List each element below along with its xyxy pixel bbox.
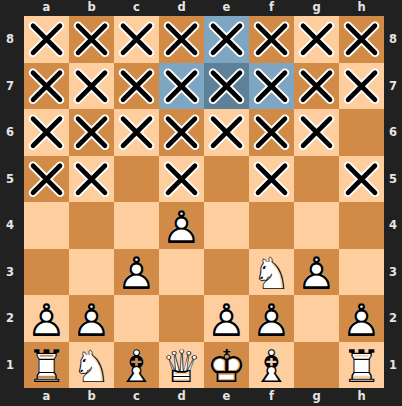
white-pawn-outline: ♙ <box>161 204 201 249</box>
white-pawn[interactable]: ♟︎♙ <box>24 295 69 342</box>
square-c8[interactable] <box>114 16 159 63</box>
square-g6[interactable] <box>294 109 339 156</box>
x-marker <box>249 16 294 63</box>
x-marker <box>69 16 114 63</box>
square-e8[interactable] <box>204 16 249 63</box>
rank-label-3-left: 3 <box>0 249 20 296</box>
rank-label-1-left: 1 <box>0 342 20 389</box>
square-e6[interactable] <box>204 109 249 156</box>
white-knight[interactable]: ♞♘ <box>249 249 294 296</box>
square-c2[interactable] <box>114 295 159 342</box>
x-marker <box>339 16 384 63</box>
x-marker <box>204 16 249 63</box>
file-label-b-top: b <box>69 0 114 16</box>
square-d3[interactable] <box>159 249 204 296</box>
rank-label-2-left: 2 <box>0 295 20 342</box>
white-pawn-outline: ♙ <box>296 251 336 296</box>
x-marker <box>69 109 114 156</box>
x-marker <box>24 63 69 110</box>
x-marker <box>114 109 159 156</box>
file-label-e-top: e <box>204 0 249 16</box>
white-pawn-outline: ♙ <box>341 297 381 342</box>
square-b4[interactable] <box>69 202 114 249</box>
white-pawn[interactable]: ♟︎♙ <box>204 295 249 342</box>
square-g7[interactable] <box>294 63 339 110</box>
square-f1[interactable]: ♝♗ <box>249 342 294 389</box>
x-marker <box>204 109 249 156</box>
square-a5[interactable] <box>24 156 69 203</box>
square-b5[interactable] <box>69 156 114 203</box>
rank-label-6-right: 6 <box>385 109 401 156</box>
square-b2[interactable]: ♟︎♙ <box>69 295 114 342</box>
white-king-outline: ♔ <box>206 344 246 389</box>
white-bishop-outline: ♗ <box>116 344 156 389</box>
rank-label-6-left: 6 <box>0 109 20 156</box>
square-e5[interactable] <box>204 156 249 203</box>
white-knight-outline: ♘ <box>71 344 111 389</box>
square-a8[interactable] <box>24 16 69 63</box>
square-e1[interactable]: ♚♔ <box>204 342 249 389</box>
rank-label-3-right: 3 <box>385 249 401 296</box>
rank-label-5-right: 5 <box>385 156 401 203</box>
white-pawn-outline: ♙ <box>71 297 111 342</box>
rank-label-4-left: 4 <box>0 202 20 249</box>
square-a6[interactable] <box>24 109 69 156</box>
square-d4[interactable]: ♟︎♙ <box>159 202 204 249</box>
square-g8[interactable] <box>294 16 339 63</box>
square-d6[interactable] <box>159 109 204 156</box>
file-label-g-top: g <box>294 0 339 16</box>
square-b1[interactable]: ♞♘ <box>69 342 114 389</box>
square-f7[interactable] <box>249 63 294 110</box>
square-f8[interactable] <box>249 16 294 63</box>
square-f2[interactable]: ♟︎♙ <box>249 295 294 342</box>
square-h3[interactable] <box>339 249 384 296</box>
square-e3[interactable] <box>204 249 249 296</box>
white-pawn[interactable]: ♟︎♙ <box>159 202 204 249</box>
file-label-e-bottom: e <box>204 388 249 406</box>
square-e2[interactable]: ♟︎♙ <box>204 295 249 342</box>
x-marker <box>69 63 114 110</box>
square-d7[interactable] <box>159 63 204 110</box>
file-label-a-top: a <box>24 0 69 16</box>
rank-label-1-right: 1 <box>385 342 401 389</box>
rank-label-8-left: 8 <box>0 16 20 63</box>
white-rook[interactable]: ♜♖ <box>24 342 69 389</box>
rank-label-7-right: 7 <box>385 63 401 110</box>
x-marker <box>339 156 384 203</box>
square-b7[interactable] <box>69 63 114 110</box>
x-marker <box>249 109 294 156</box>
file-label-c-top: c <box>114 0 159 16</box>
white-bishop[interactable]: ♝♗ <box>114 342 159 389</box>
square-c4[interactable] <box>114 202 159 249</box>
white-pawn[interactable]: ♟︎♙ <box>249 295 294 342</box>
square-g1[interactable] <box>294 342 339 389</box>
x-marker <box>159 109 204 156</box>
square-c5[interactable] <box>114 156 159 203</box>
square-f5[interactable] <box>249 156 294 203</box>
x-marker <box>249 63 294 110</box>
x-marker <box>339 63 384 110</box>
square-a3[interactable] <box>24 249 69 296</box>
square-b6[interactable] <box>69 109 114 156</box>
rank-label-4-right: 4 <box>385 202 401 249</box>
file-label-d-bottom: d <box>159 388 204 406</box>
x-marker <box>294 16 339 63</box>
square-h6[interactable] <box>339 109 384 156</box>
square-c1[interactable]: ♝♗ <box>114 342 159 389</box>
white-knight[interactable]: ♞♘ <box>69 342 114 389</box>
white-pawn[interactable]: ♟︎♙ <box>339 295 384 342</box>
square-a2[interactable]: ♟︎♙ <box>24 295 69 342</box>
square-h5[interactable] <box>339 156 384 203</box>
white-pawn-outline: ♙ <box>206 297 246 342</box>
file-label-d-top: d <box>159 0 204 16</box>
rank-label-5-left: 5 <box>0 156 20 203</box>
square-g4[interactable] <box>294 202 339 249</box>
chess-diagram: ♟︎♙♟︎♙♞♘♟︎♙♟︎♙♟︎♙♟︎♙♟︎♙♟︎♙♜♖♞♘♝♗♛♕♚♔♝♗♜♖… <box>0 0 402 406</box>
square-a4[interactable] <box>24 202 69 249</box>
x-marker <box>204 63 249 110</box>
square-b3[interactable] <box>69 249 114 296</box>
rank-label-8-right: 8 <box>385 16 401 63</box>
square-h4[interactable] <box>339 202 384 249</box>
square-h8[interactable] <box>339 16 384 63</box>
white-rook-outline: ♖ <box>26 344 66 389</box>
square-h7[interactable] <box>339 63 384 110</box>
chess-board: ♟︎♙♟︎♙♞♘♟︎♙♟︎♙♟︎♙♟︎♙♟︎♙♟︎♙♜♖♞♘♝♗♛♕♚♔♝♗♜♖ <box>24 16 384 388</box>
white-pawn[interactable]: ♟︎♙ <box>294 249 339 296</box>
x-marker <box>24 109 69 156</box>
x-marker <box>24 16 69 63</box>
white-knight-outline: ♘ <box>251 251 291 296</box>
square-d1[interactable]: ♛♕ <box>159 342 204 389</box>
square-d5[interactable] <box>159 156 204 203</box>
file-label-a-bottom: a <box>24 388 69 406</box>
x-marker <box>159 63 204 110</box>
square-c7[interactable] <box>114 63 159 110</box>
x-marker <box>69 156 114 203</box>
square-c6[interactable] <box>114 109 159 156</box>
white-pawn[interactable]: ♟︎♙ <box>69 295 114 342</box>
square-f3[interactable]: ♞♘ <box>249 249 294 296</box>
white-rook-outline: ♖ <box>341 344 381 389</box>
white-pawn-outline: ♙ <box>26 297 66 342</box>
x-marker <box>24 156 69 203</box>
square-c3[interactable]: ♟︎♙ <box>114 249 159 296</box>
x-marker <box>249 156 294 203</box>
square-g3[interactable]: ♟︎♙ <box>294 249 339 296</box>
x-marker <box>114 16 159 63</box>
square-g5[interactable] <box>294 156 339 203</box>
x-marker <box>114 63 159 110</box>
white-bishop-outline: ♗ <box>251 344 291 389</box>
x-marker <box>294 63 339 110</box>
square-h1[interactable]: ♜♖ <box>339 342 384 389</box>
square-d8[interactable] <box>159 16 204 63</box>
x-marker <box>159 156 204 203</box>
square-f4[interactable] <box>249 202 294 249</box>
file-label-f-bottom: f <box>249 388 294 406</box>
rank-label-2-right: 2 <box>385 295 401 342</box>
white-bishop[interactable]: ♝♗ <box>249 342 294 389</box>
file-label-h-top: h <box>339 0 384 16</box>
file-label-c-bottom: c <box>114 388 159 406</box>
rank-label-7-left: 7 <box>0 63 20 110</box>
square-h2[interactable]: ♟︎♙ <box>339 295 384 342</box>
white-rook[interactable]: ♜♖ <box>339 342 384 389</box>
square-a1[interactable]: ♜♖ <box>24 342 69 389</box>
square-e4[interactable] <box>204 202 249 249</box>
x-marker <box>159 16 204 63</box>
file-label-g-bottom: g <box>294 388 339 406</box>
square-f6[interactable] <box>249 109 294 156</box>
white-pawn[interactable]: ♟︎♙ <box>114 249 159 296</box>
white-king[interactable]: ♚♔ <box>204 342 249 389</box>
square-e7[interactable] <box>204 63 249 110</box>
square-b8[interactable] <box>69 16 114 63</box>
square-g2[interactable] <box>294 295 339 342</box>
file-label-h-bottom: h <box>339 388 384 406</box>
white-pawn-outline: ♙ <box>116 251 156 296</box>
square-a7[interactable] <box>24 63 69 110</box>
file-label-f-top: f <box>249 0 294 16</box>
x-marker <box>294 109 339 156</box>
white-queen-outline: ♕ <box>161 344 201 389</box>
white-queen[interactable]: ♛♕ <box>159 342 204 389</box>
file-label-b-bottom: b <box>69 388 114 406</box>
white-pawn-outline: ♙ <box>251 297 291 342</box>
square-d2[interactable] <box>159 295 204 342</box>
